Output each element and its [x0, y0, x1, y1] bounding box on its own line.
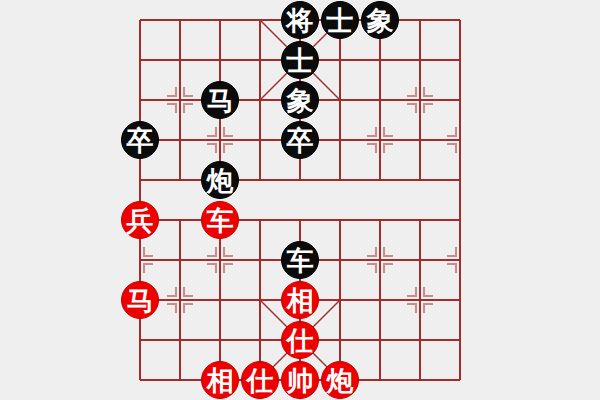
- piece-black-general[interactable]: 将: [281, 1, 319, 39]
- piece-black-elephant[interactable]: 象: [361, 1, 399, 39]
- piece-black-chariot[interactable]: 车: [281, 241, 319, 279]
- piece-black-soldier[interactable]: 卒: [121, 121, 159, 159]
- piece-red-horse[interactable]: 马: [121, 281, 159, 319]
- piece-black-soldier[interactable]: 卒: [281, 121, 319, 159]
- piece-red-general[interactable]: 帅: [281, 361, 319, 399]
- piece-black-cannon[interactable]: 炮: [201, 161, 239, 199]
- piece-red-elephant[interactable]: 相: [281, 281, 319, 319]
- piece-red-advisor[interactable]: 仕: [281, 321, 319, 359]
- piece-red-chariot[interactable]: 车: [201, 201, 239, 239]
- piece-black-elephant[interactable]: 象: [281, 81, 319, 119]
- piece-black-advisor[interactable]: 士: [321, 1, 359, 39]
- piece-red-elephant[interactable]: 相: [201, 361, 239, 399]
- piece-red-soldier[interactable]: 兵: [121, 201, 159, 239]
- piece-red-cannon[interactable]: 炮: [321, 361, 359, 399]
- piece-black-horse[interactable]: 马: [201, 81, 239, 119]
- piece-red-advisor[interactable]: 仕: [241, 361, 279, 399]
- xiangqi-app-screen: 将士象士马象卒卒炮兵车车马相仕相仕帅炮: [0, 0, 600, 400]
- piece-black-advisor[interactable]: 士: [281, 41, 319, 79]
